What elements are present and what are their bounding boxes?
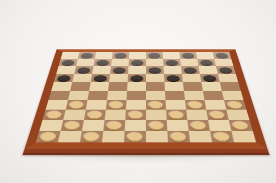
square-dark[interactable]: ● bbox=[166, 110, 187, 120]
square-light[interactable] bbox=[201, 82, 222, 91]
square-dark[interactable]: ● bbox=[103, 120, 125, 131]
piece-light-man[interactable]: ● bbox=[43, 109, 66, 118]
square-dark[interactable]: ● bbox=[125, 110, 146, 120]
piece-dark-man[interactable]: ● bbox=[216, 66, 236, 73]
square-dark[interactable] bbox=[203, 91, 224, 100]
square-light[interactable] bbox=[127, 82, 146, 91]
square-dark[interactable]: ● bbox=[66, 100, 88, 110]
square-dark[interactable]: ● bbox=[167, 131, 190, 143]
square-dark[interactable]: ● bbox=[200, 74, 220, 82]
square-dark[interactable]: ● bbox=[106, 100, 127, 110]
square-dark[interactable]: ● bbox=[146, 100, 166, 110]
square-dark[interactable]: ● bbox=[163, 59, 181, 66]
piece-light-man[interactable]: ● bbox=[146, 100, 166, 109]
square-light[interactable] bbox=[164, 82, 183, 91]
square-dark[interactable]: ● bbox=[224, 100, 246, 110]
piece-dark-man[interactable]: ● bbox=[164, 74, 183, 81]
square-dark[interactable]: ● bbox=[164, 74, 183, 82]
square-dark[interactable]: ● bbox=[197, 59, 216, 66]
square-dark[interactable]: ● bbox=[206, 110, 229, 120]
piece-light-man[interactable]: ● bbox=[206, 109, 228, 118]
square-dark[interactable] bbox=[126, 91, 146, 100]
square-light[interactable] bbox=[89, 82, 109, 91]
square-dark[interactable]: ● bbox=[216, 66, 236, 74]
square-light[interactable] bbox=[231, 131, 256, 143]
piece-light-man[interactable]: ● bbox=[106, 100, 127, 109]
square-dark[interactable]: ● bbox=[54, 74, 74, 82]
board-grid: ●●●●●●●●●●●●●●●●●●●●●●●●●●●●●●●●●●●●●●●● bbox=[36, 52, 256, 143]
square-dark[interactable]: ● bbox=[181, 66, 200, 74]
square-dark[interactable]: ● bbox=[146, 66, 164, 74]
square-dark[interactable] bbox=[48, 91, 70, 100]
piece-light-man[interactable]: ● bbox=[185, 100, 206, 109]
piece-light-man[interactable]: ● bbox=[167, 131, 190, 141]
piece-dark-man[interactable]: ● bbox=[200, 74, 220, 81]
square-dark[interactable] bbox=[183, 82, 203, 91]
square-dark[interactable] bbox=[108, 82, 127, 91]
piece-light-man[interactable]: ● bbox=[146, 120, 167, 130]
square-dark[interactable]: ● bbox=[210, 131, 234, 143]
piece-dark-man[interactable]: ● bbox=[146, 66, 164, 73]
square-dark[interactable]: ● bbox=[91, 74, 110, 82]
square-dark[interactable]: ● bbox=[59, 59, 78, 66]
piece-dark-man[interactable]: ● bbox=[179, 52, 197, 58]
square-dark[interactable]: ● bbox=[112, 52, 129, 59]
square-light[interactable] bbox=[146, 131, 168, 143]
piece-dark-man[interactable]: ● bbox=[197, 59, 216, 66]
square-light[interactable] bbox=[58, 131, 82, 143]
square-dark[interactable]: ● bbox=[146, 120, 167, 131]
square-light[interactable] bbox=[109, 74, 128, 82]
piece-light-man[interactable]: ● bbox=[36, 131, 60, 141]
square-light[interactable] bbox=[182, 74, 201, 82]
piece-dark-man[interactable]: ● bbox=[213, 52, 231, 58]
square-light[interactable] bbox=[102, 131, 125, 143]
piece-dark-man[interactable]: ● bbox=[163, 59, 181, 66]
piece-light-man[interactable]: ● bbox=[125, 109, 146, 118]
square-light[interactable] bbox=[51, 82, 72, 91]
square-dark[interactable]: ● bbox=[110, 66, 128, 74]
square-dark[interactable]: ● bbox=[146, 52, 163, 59]
piece-dark-man[interactable]: ● bbox=[110, 66, 128, 73]
square-dark[interactable] bbox=[70, 82, 91, 91]
square-dark[interactable]: ● bbox=[187, 120, 210, 131]
square-dark[interactable]: ● bbox=[36, 131, 61, 143]
square-dark[interactable] bbox=[146, 82, 165, 91]
square-dark[interactable] bbox=[87, 91, 108, 100]
piece-dark-man[interactable]: ● bbox=[74, 66, 93, 73]
piece-light-man[interactable]: ● bbox=[80, 131, 103, 141]
piece-light-man[interactable]: ● bbox=[187, 120, 209, 130]
piece-light-man[interactable]: ● bbox=[210, 131, 234, 141]
square-dark[interactable]: ● bbox=[229, 120, 253, 131]
piece-light-man[interactable]: ● bbox=[224, 100, 246, 109]
square-dark[interactable] bbox=[165, 91, 185, 100]
piece-dark-man[interactable]: ● bbox=[146, 52, 163, 58]
draughts-board: ●●●●●●●●●●●●●●●●●●●●●●●●●●●●●●●●●●●●●●●● bbox=[24, 49, 267, 148]
piece-light-man[interactable]: ● bbox=[103, 120, 125, 130]
piece-dark-man[interactable]: ● bbox=[59, 59, 78, 66]
piece-dark-man[interactable]: ● bbox=[181, 66, 200, 73]
square-light[interactable] bbox=[72, 74, 92, 82]
piece-dark-man[interactable]: ● bbox=[128, 74, 146, 81]
piece-dark-man[interactable]: ● bbox=[54, 74, 74, 81]
piece-dark-man[interactable]: ● bbox=[112, 52, 129, 58]
piece-dark-man[interactable]: ● bbox=[129, 59, 146, 66]
square-dark[interactable] bbox=[220, 82, 241, 91]
piece-light-man[interactable]: ● bbox=[84, 109, 106, 118]
square-dark[interactable]: ● bbox=[128, 74, 146, 82]
square-light[interactable] bbox=[218, 74, 238, 82]
piece-light-man[interactable]: ● bbox=[124, 131, 146, 141]
piece-dark-man[interactable]: ● bbox=[78, 52, 96, 58]
square-dark[interactable]: ● bbox=[179, 52, 197, 59]
piece-dark-man[interactable]: ● bbox=[94, 59, 112, 66]
piece-light-man[interactable]: ● bbox=[66, 100, 88, 109]
photo-scene: ●●●●●●●●●●●●●●●●●●●●●●●●●●●●●●●●●●●●●●●● bbox=[0, 0, 276, 183]
square-light[interactable] bbox=[189, 131, 212, 143]
piece-dark-man[interactable]: ● bbox=[91, 74, 110, 81]
square-dark[interactable]: ● bbox=[213, 52, 232, 59]
piece-light-man[interactable]: ● bbox=[166, 109, 187, 118]
square-dark[interactable]: ● bbox=[74, 66, 93, 74]
square-dark[interactable]: ● bbox=[185, 100, 206, 110]
square-dark[interactable]: ● bbox=[43, 110, 66, 120]
square-dark[interactable]: ● bbox=[78, 52, 96, 59]
square-dark[interactable]: ● bbox=[84, 110, 106, 120]
square-dark[interactable]: ● bbox=[94, 59, 112, 66]
square-dark[interactable]: ● bbox=[80, 131, 103, 143]
square-dark[interactable]: ● bbox=[129, 59, 146, 66]
piece-light-man[interactable]: ● bbox=[61, 120, 84, 130]
square-dark[interactable]: ● bbox=[61, 120, 84, 131]
piece-light-man[interactable]: ● bbox=[229, 120, 253, 130]
square-light[interactable] bbox=[146, 74, 164, 82]
square-dark[interactable]: ● bbox=[124, 131, 146, 143]
